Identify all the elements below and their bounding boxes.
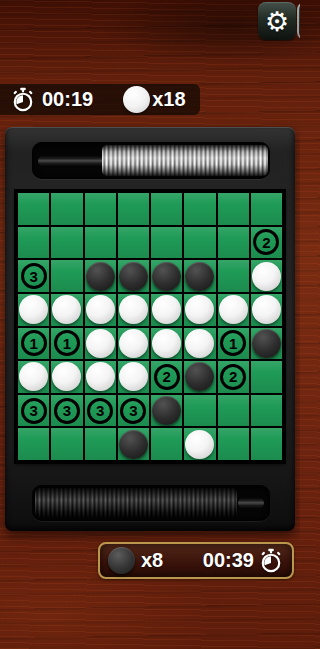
move-hint: 3 bbox=[87, 398, 113, 424]
board-cell-a2[interactable] bbox=[18, 227, 49, 259]
board-cell-d1[interactable] bbox=[118, 193, 149, 225]
board-cell-h2[interactable]: 2 bbox=[251, 227, 282, 259]
move-hint: 3 bbox=[21, 398, 47, 424]
move-hint: 3 bbox=[120, 398, 146, 424]
board-cell-b8[interactable] bbox=[51, 428, 82, 460]
black-timer: 00:39 bbox=[203, 549, 254, 572]
stopwatch-icon bbox=[258, 548, 284, 574]
white-disc bbox=[152, 329, 181, 358]
board-cell-b4[interactable] bbox=[51, 294, 82, 326]
board-cell-c1[interactable] bbox=[85, 193, 116, 225]
board-cell-c6[interactable] bbox=[85, 361, 116, 393]
black-disc bbox=[152, 262, 181, 291]
board-cell-h3[interactable] bbox=[251, 260, 282, 292]
white-disc bbox=[252, 295, 281, 324]
board-cell-a6[interactable] bbox=[18, 361, 49, 393]
board-cell-g6[interactable]: 2 bbox=[218, 361, 249, 393]
gear-icon: ⚙ bbox=[265, 8, 289, 35]
move-hint: 1 bbox=[21, 330, 47, 356]
move-hint: 2 bbox=[220, 364, 246, 390]
board-cell-c3[interactable] bbox=[85, 260, 116, 292]
board-cell-e3[interactable] bbox=[151, 260, 182, 292]
board-cell-h5[interactable] bbox=[251, 328, 282, 360]
board-cell-a5[interactable]: 1 bbox=[18, 328, 49, 360]
black-disc bbox=[119, 262, 148, 291]
board-cell-f2[interactable] bbox=[184, 227, 215, 259]
board-cell-f3[interactable] bbox=[184, 260, 215, 292]
board-cell-e1[interactable] bbox=[151, 193, 182, 225]
white-disc bbox=[219, 295, 248, 324]
white-disc bbox=[185, 329, 214, 358]
board-cell-e2[interactable] bbox=[151, 227, 182, 259]
board-cell-f1[interactable] bbox=[184, 193, 215, 225]
board-cell-h1[interactable] bbox=[251, 193, 282, 225]
white-disc bbox=[119, 362, 148, 391]
board-cell-b1[interactable] bbox=[51, 193, 82, 225]
move-hint: 1 bbox=[54, 330, 80, 356]
board-cell-c5[interactable] bbox=[85, 328, 116, 360]
white-disc bbox=[185, 430, 214, 459]
white-disc bbox=[86, 295, 115, 324]
board-cell-d6[interactable] bbox=[118, 361, 149, 393]
board-cell-g1[interactable] bbox=[218, 193, 249, 225]
board-cell-f8[interactable] bbox=[184, 428, 215, 460]
board-cell-h4[interactable] bbox=[251, 294, 282, 326]
board-cell-b2[interactable] bbox=[51, 227, 82, 259]
board-cell-e4[interactable] bbox=[151, 294, 182, 326]
board-cell-d8[interactable] bbox=[118, 428, 149, 460]
board-grid: 23111223333 bbox=[15, 190, 285, 463]
board-cell-d7[interactable]: 3 bbox=[118, 395, 149, 427]
move-hint: 2 bbox=[154, 364, 180, 390]
white-disc bbox=[86, 329, 115, 358]
board-cell-a8[interactable] bbox=[18, 428, 49, 460]
move-hint: 2 bbox=[253, 229, 279, 255]
board-cell-g4[interactable] bbox=[218, 294, 249, 326]
board-frame: 23111223333 bbox=[5, 127, 295, 531]
board-cell-g8[interactable] bbox=[218, 428, 249, 460]
tray-rod bbox=[38, 155, 108, 167]
settings-button[interactable]: ⚙ bbox=[258, 2, 296, 40]
black-disc-tray bbox=[32, 485, 270, 521]
white-disc bbox=[52, 362, 81, 391]
board-cell-b7[interactable]: 3 bbox=[51, 395, 82, 427]
white-disc bbox=[152, 295, 181, 324]
white-disc-count: x18 bbox=[152, 88, 185, 111]
black-disc bbox=[86, 262, 115, 291]
board-cell-c7[interactable]: 3 bbox=[85, 395, 116, 427]
board-cell-d5[interactable] bbox=[118, 328, 149, 360]
board-cell-e6[interactable]: 2 bbox=[151, 361, 182, 393]
black-disc bbox=[152, 396, 181, 425]
black-disc-token bbox=[108, 547, 135, 574]
board-cell-b6[interactable] bbox=[51, 361, 82, 393]
board-cell-f6[interactable] bbox=[184, 361, 215, 393]
white-disc-token bbox=[123, 86, 150, 113]
board-cell-d2[interactable] bbox=[118, 227, 149, 259]
white-disc bbox=[86, 362, 115, 391]
black-disc bbox=[185, 362, 214, 391]
white-disc bbox=[119, 295, 148, 324]
white-disc-stack bbox=[102, 145, 268, 176]
white-disc bbox=[252, 262, 281, 291]
board-cell-a4[interactable] bbox=[18, 294, 49, 326]
board-cell-a1[interactable] bbox=[18, 193, 49, 225]
white-timer: 00:19 bbox=[42, 88, 93, 111]
board-cell-c2[interactable] bbox=[85, 227, 116, 259]
board-cell-b3[interactable] bbox=[51, 260, 82, 292]
board-cell-c8[interactable] bbox=[85, 428, 116, 460]
white-player-bar: 00:19 x18 bbox=[0, 84, 200, 115]
white-disc bbox=[185, 295, 214, 324]
board-cell-f5[interactable] bbox=[184, 328, 215, 360]
black-disc-count: x8 bbox=[141, 549, 163, 572]
board-cell-h7[interactable] bbox=[251, 395, 282, 427]
board-cell-h6[interactable] bbox=[251, 361, 282, 393]
white-disc bbox=[52, 295, 81, 324]
board-cell-a3[interactable]: 3 bbox=[18, 260, 49, 292]
stopwatch-icon bbox=[10, 87, 36, 113]
board-cell-f7[interactable] bbox=[184, 395, 215, 427]
black-disc-stack bbox=[35, 488, 237, 518]
board-cell-f4[interactable] bbox=[184, 294, 215, 326]
board-cell-c4[interactable] bbox=[85, 294, 116, 326]
black-player-bar: x8 00:39 bbox=[98, 542, 294, 579]
board-cell-g2[interactable] bbox=[218, 227, 249, 259]
board-cell-e7[interactable] bbox=[151, 395, 182, 427]
board-cell-d3[interactable] bbox=[118, 260, 149, 292]
move-hint: 1 bbox=[220, 330, 246, 356]
board-cell-a7[interactable]: 3 bbox=[18, 395, 49, 427]
board-cell-d4[interactable] bbox=[118, 294, 149, 326]
board-cell-b5[interactable]: 1 bbox=[51, 328, 82, 360]
move-hint: 3 bbox=[54, 398, 80, 424]
white-disc bbox=[19, 362, 48, 391]
white-disc-tray bbox=[32, 142, 270, 179]
board-cell-e5[interactable] bbox=[151, 328, 182, 360]
white-disc bbox=[119, 329, 148, 358]
white-disc bbox=[19, 295, 48, 324]
board-cell-e8[interactable] bbox=[151, 428, 182, 460]
tray-rod bbox=[238, 497, 264, 509]
board-cell-h8[interactable] bbox=[251, 428, 282, 460]
clipped-edge-button[interactable] bbox=[297, 2, 300, 40]
move-hint: 3 bbox=[21, 263, 47, 289]
black-disc bbox=[252, 329, 281, 358]
black-disc bbox=[185, 262, 214, 291]
board-cell-g5[interactable]: 1 bbox=[218, 328, 249, 360]
black-disc bbox=[119, 430, 148, 459]
board-cell-g7[interactable] bbox=[218, 395, 249, 427]
board-cell-g3[interactable] bbox=[218, 260, 249, 292]
